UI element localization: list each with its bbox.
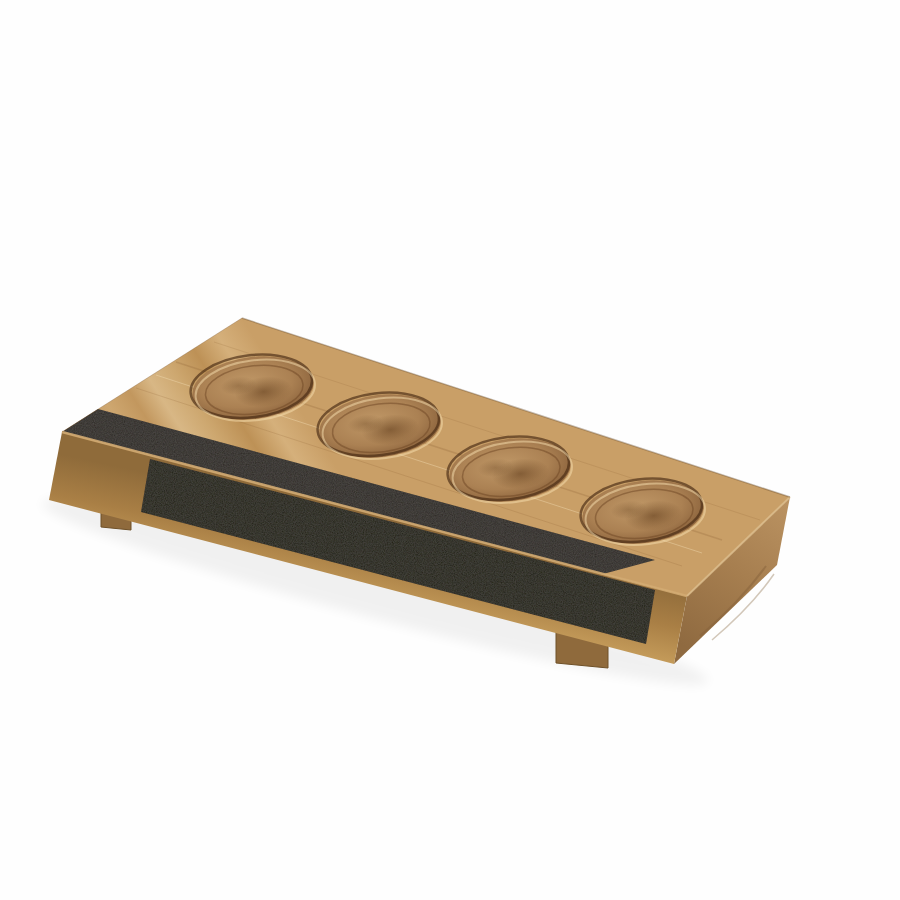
product-photo <box>0 0 900 900</box>
tray-illustration <box>0 0 900 900</box>
photo-stage <box>0 0 900 900</box>
